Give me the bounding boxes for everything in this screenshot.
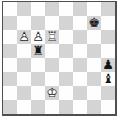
square-h2[interactable] [101,86,115,100]
square-f4[interactable] [73,58,87,72]
white-rook-fill: ♜ [45,30,59,44]
square-a3[interactable] [3,72,17,86]
black-rook: ♜ [31,44,45,58]
square-b3[interactable] [17,72,31,86]
black-pawn: ♟ [101,58,115,72]
square-d1[interactable] [45,100,59,114]
square-d6[interactable]: ♜♖ [45,30,59,44]
square-h6[interactable] [101,30,115,44]
square-a7[interactable] [3,16,17,30]
square-a6[interactable] [3,30,17,44]
square-f3[interactable] [73,72,87,86]
square-c5[interactable]: ♜ [31,44,45,58]
chess-board: ♚♟♙♟♙♜♖♜♟♝♚♔ [2,1,117,116]
square-g4[interactable] [87,58,101,72]
square-e3[interactable] [59,72,73,86]
square-g2[interactable] [87,86,101,100]
square-a1[interactable] [3,100,17,114]
square-c4[interactable] [31,58,45,72]
square-c6[interactable]: ♟♙ [31,30,45,44]
square-f8[interactable] [73,2,87,16]
square-a4[interactable] [3,58,17,72]
square-e1[interactable] [59,100,73,114]
square-a8[interactable] [3,2,17,16]
square-g3[interactable] [87,72,101,86]
square-e8[interactable] [59,2,73,16]
square-f5[interactable] [73,44,87,58]
square-f1[interactable] [73,100,87,114]
square-f7[interactable] [73,16,87,30]
white-king-fill: ♚ [45,86,59,100]
square-c2[interactable] [31,86,45,100]
square-b1[interactable] [17,100,31,114]
square-b4[interactable] [17,58,31,72]
square-g6[interactable] [87,30,101,44]
square-g8[interactable] [87,2,101,16]
square-e2[interactable] [59,86,73,100]
white-pawn-fill: ♟ [31,30,45,44]
square-h4[interactable]: ♟ [101,58,115,72]
square-b7[interactable] [17,16,31,30]
square-a2[interactable] [3,86,17,100]
black-bishop: ♝ [101,72,115,86]
square-e7[interactable] [59,16,73,30]
square-h3[interactable]: ♝ [101,72,115,86]
square-h8[interactable] [101,2,115,16]
black-king: ♚ [87,16,101,30]
square-d3[interactable] [45,72,59,86]
square-b5[interactable] [17,44,31,58]
square-d4[interactable] [45,58,59,72]
square-h5[interactable] [101,44,115,58]
square-e5[interactable] [59,44,73,58]
square-c8[interactable] [31,2,45,16]
square-g1[interactable] [87,100,101,114]
square-e6[interactable] [59,30,73,44]
square-d8[interactable] [45,2,59,16]
square-c7[interactable] [31,16,45,30]
white-pawn: ♙ [31,30,45,44]
square-h7[interactable] [101,16,115,30]
white-pawn-fill: ♟ [17,30,31,44]
chess-diagram: ♚♟♙♟♙♜♖♜♟♝♚♔ [2,1,117,116]
square-f2[interactable] [73,86,87,100]
white-king: ♔ [45,86,59,100]
square-d5[interactable] [45,44,59,58]
square-d2[interactable]: ♚♔ [45,86,59,100]
square-e4[interactable] [59,58,73,72]
square-g5[interactable] [87,44,101,58]
square-c1[interactable] [31,100,45,114]
square-f6[interactable] [73,30,87,44]
square-c3[interactable] [31,72,45,86]
white-rook: ♖ [45,30,59,44]
square-b8[interactable] [17,2,31,16]
white-pawn: ♙ [17,30,31,44]
square-b2[interactable] [17,86,31,100]
square-h1[interactable] [101,100,115,114]
square-a5[interactable] [3,44,17,58]
square-b6[interactable]: ♟♙ [17,30,31,44]
square-g7[interactable]: ♚ [87,16,101,30]
square-d7[interactable] [45,16,59,30]
